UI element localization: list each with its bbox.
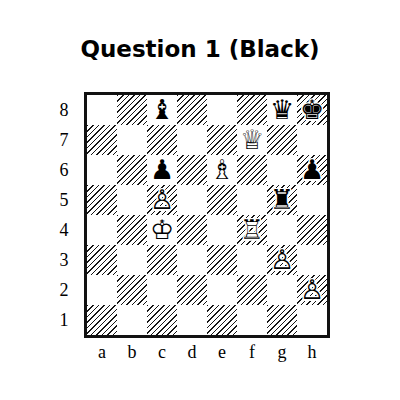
file-label-e: e [207,341,237,363]
square-a8[interactable] [87,95,117,125]
square-d4[interactable] [177,215,207,245]
rank-label-1: 1 [52,305,76,335]
square-h7[interactable] [297,125,327,155]
square-e4[interactable] [207,215,237,245]
square-c1[interactable] [147,305,177,335]
file-label-g: g [267,341,297,363]
square-a5[interactable] [87,185,117,215]
piece-black-rook-g5[interactable]: ♜ [270,185,294,215]
piece-white-rook-f4[interactable]: ♖ [240,215,264,245]
piece-black-bishop-c8[interactable]: ♝ [150,95,174,125]
rank-label-2: 2 [52,275,76,305]
rank-label-7: 7 [52,125,76,155]
square-d5[interactable] [177,185,207,215]
square-f8[interactable] [237,95,267,125]
piece-black-pawn-c6[interactable]: ♟ [150,155,174,185]
square-b7[interactable] [117,125,147,155]
square-h6[interactable]: ♟ [297,155,327,185]
rank-labels: 87654321 [52,95,76,335]
square-g6[interactable] [267,155,297,185]
piece-white-pawn-h2[interactable]: ♙ [300,275,324,305]
square-g5[interactable]: ♜ [267,185,297,215]
square-h5[interactable] [297,185,327,215]
file-label-a: a [87,341,117,363]
square-c5[interactable]: ♙ [147,185,177,215]
square-c7[interactable] [147,125,177,155]
square-f1[interactable] [237,305,267,335]
page-title: Question 1 (Black) [0,36,400,62]
square-a6[interactable] [87,155,117,185]
square-f3[interactable] [237,245,267,275]
square-e7[interactable] [207,125,237,155]
square-f4[interactable]: ♖ [237,215,267,245]
piece-white-king-c4[interactable]: ♔ [150,215,174,245]
square-d8[interactable] [177,95,207,125]
square-h2[interactable]: ♙ [297,275,327,305]
square-e5[interactable] [207,185,237,215]
square-b8[interactable] [117,95,147,125]
rank-label-3: 3 [52,245,76,275]
square-d1[interactable] [177,305,207,335]
square-g1[interactable] [267,305,297,335]
square-a7[interactable] [87,125,117,155]
square-g7[interactable] [267,125,297,155]
square-a3[interactable] [87,245,117,275]
square-g8[interactable]: ♛ [267,95,297,125]
square-f5[interactable] [237,185,267,215]
rank-label-5: 5 [52,185,76,215]
square-b5[interactable] [117,185,147,215]
square-a4[interactable] [87,215,117,245]
square-e3[interactable] [207,245,237,275]
square-b2[interactable] [117,275,147,305]
square-b4[interactable] [117,215,147,245]
square-h3[interactable] [297,245,327,275]
square-d7[interactable] [177,125,207,155]
rank-label-6: 6 [52,155,76,185]
square-c8[interactable]: ♝ [147,95,177,125]
square-f6[interactable] [237,155,267,185]
piece-black-king-h8[interactable]: ♚ [300,95,324,125]
square-f7[interactable]: ♕ [237,125,267,155]
square-e1[interactable] [207,305,237,335]
rank-label-8: 8 [52,95,76,125]
square-c6[interactable]: ♟ [147,155,177,185]
square-b6[interactable] [117,155,147,185]
piece-white-pawn-c5[interactable]: ♙ [150,185,174,215]
piece-white-bishop-e6[interactable]: ♗ [210,155,234,185]
square-h8[interactable]: ♚ [297,95,327,125]
chess-board: ♝♛♚♕♟♗♟♙♜♔♖♙♙ [84,92,330,338]
square-g4[interactable] [267,215,297,245]
square-h1[interactable] [297,305,327,335]
file-label-d: d [177,341,207,363]
file-label-h: h [297,341,327,363]
square-d6[interactable] [177,155,207,185]
square-c4[interactable]: ♔ [147,215,177,245]
square-e2[interactable] [207,275,237,305]
file-label-b: b [117,341,147,363]
piece-black-pawn-h6[interactable]: ♟ [300,155,324,185]
square-a1[interactable] [87,305,117,335]
square-h4[interactable] [297,215,327,245]
square-g2[interactable] [267,275,297,305]
file-labels: abcdefgh [87,341,327,363]
square-e6[interactable]: ♗ [207,155,237,185]
square-b3[interactable] [117,245,147,275]
square-f2[interactable] [237,275,267,305]
square-d3[interactable] [177,245,207,275]
square-b1[interactable] [117,305,147,335]
piece-white-queen-f7[interactable]: ♕ [240,125,264,155]
rank-label-4: 4 [52,215,76,245]
square-c3[interactable] [147,245,177,275]
square-a2[interactable] [87,275,117,305]
piece-white-pawn-g3[interactable]: ♙ [270,245,294,275]
file-label-f: f [237,341,267,363]
page: Question 1 (Black) 87654321 ♝♛♚♕♟♗♟♙♜♔♖♙… [0,0,400,400]
square-d2[interactable] [177,275,207,305]
square-c2[interactable] [147,275,177,305]
square-e8[interactable] [207,95,237,125]
square-g3[interactable]: ♙ [267,245,297,275]
piece-black-queen-g8[interactable]: ♛ [270,95,294,125]
file-label-c: c [147,341,177,363]
